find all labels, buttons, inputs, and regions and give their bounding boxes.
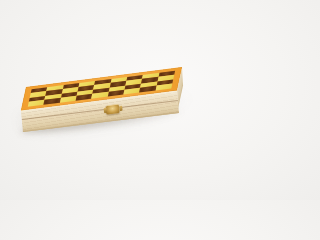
brass-clasp-icon — [106, 104, 120, 115]
product-photo — [0, 0, 200, 200]
light-square — [155, 84, 172, 91]
light-square — [28, 100, 45, 107]
dark-square — [44, 98, 61, 105]
light-square — [60, 96, 77, 103]
dark-square — [76, 94, 93, 101]
light-square — [92, 92, 109, 99]
dark-square — [139, 86, 156, 93]
light-square — [123, 88, 140, 95]
dark-square — [107, 90, 124, 97]
